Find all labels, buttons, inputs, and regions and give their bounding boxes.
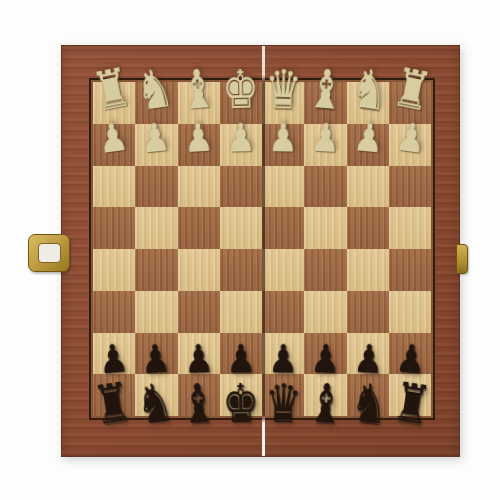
piece-white-bishop: ♝: [177, 62, 218, 118]
square-e1: ♚: [220, 82, 262, 124]
square-g2: ♟: [135, 124, 177, 166]
piece-black-pawn: ♟: [226, 340, 256, 379]
square-a4: [389, 207, 431, 249]
square-g7: ♟: [135, 333, 177, 375]
square-a1: ♜: [389, 82, 431, 124]
brass-handle-opening: [38, 243, 61, 263]
square-b5: [347, 249, 389, 291]
square-g1: ♞: [135, 82, 177, 124]
square-a5: [389, 249, 431, 291]
piece-black-pawn: ♟: [268, 340, 298, 379]
square-g5: [135, 249, 177, 291]
square-h4: [93, 207, 135, 249]
square-c8: ♝: [304, 374, 346, 416]
piece-black-bishop: ♝: [178, 377, 218, 433]
piece-black-pawn: ♟: [310, 339, 341, 379]
piece-black-king: ♚: [222, 378, 260, 432]
square-a7: ♟: [389, 333, 431, 375]
piece-black-queen: ♛: [264, 378, 302, 432]
square-b4: [347, 207, 389, 249]
square-f6: [178, 291, 220, 333]
square-a8: ♜: [389, 374, 431, 416]
square-h3: [93, 166, 135, 208]
square-e7: ♟: [220, 333, 262, 375]
square-h7: ♟: [93, 333, 135, 375]
piece-black-rook: ♜: [90, 376, 134, 434]
square-d8: ♛: [262, 374, 304, 416]
square-c4: [304, 207, 346, 249]
square-f2: ♟: [178, 124, 220, 166]
square-h6: [93, 291, 135, 333]
square-d1: ♛: [262, 82, 304, 124]
piece-white-bishop: ♝: [306, 62, 347, 118]
square-h2: ♟: [93, 124, 135, 166]
square-h1: ♜: [93, 82, 135, 124]
piece-white-king: ♚: [221, 63, 259, 117]
square-h5: [93, 249, 135, 291]
square-f4: [178, 207, 220, 249]
square-a2: ♟: [389, 124, 431, 166]
square-d7: ♟: [262, 333, 304, 375]
piece-white-knight: ♞: [347, 62, 391, 120]
square-f8: ♝: [178, 374, 220, 416]
piece-white-pawn: ♟: [310, 117, 342, 158]
piece-black-knight: ♞: [348, 376, 390, 433]
piece-white-pawn: ♟: [182, 117, 214, 158]
square-a3: [389, 166, 431, 208]
square-f1: ♝: [178, 82, 220, 124]
square-g6: [135, 291, 177, 333]
square-e2: ♟: [220, 124, 262, 166]
piece-white-pawn: ♟: [226, 118, 256, 158]
square-c1: ♝: [304, 82, 346, 124]
square-b1: ♞: [347, 82, 389, 124]
square-c6: [304, 291, 346, 333]
square-e3: [220, 166, 262, 208]
piece-black-knight: ♞: [134, 376, 176, 433]
square-e6: [220, 291, 262, 333]
brass-latch-icon: [456, 244, 468, 274]
square-g8: ♞: [135, 374, 177, 416]
square-f3: [178, 166, 220, 208]
piece-white-rook: ♜: [389, 61, 435, 120]
square-b6: [347, 291, 389, 333]
square-f7: ♟: [178, 333, 220, 375]
fold-seam: [262, 46, 265, 456]
square-f5: [178, 249, 220, 291]
square-b3: [347, 166, 389, 208]
square-d4: [262, 207, 304, 249]
piece-white-pawn: ♟: [352, 117, 385, 159]
square-c5: [304, 249, 346, 291]
piece-white-queen: ♛: [264, 63, 302, 117]
piece-white-pawn: ♟: [268, 118, 298, 158]
square-g3: [135, 166, 177, 208]
square-c2: ♟: [304, 124, 346, 166]
square-c7: ♟: [304, 333, 346, 375]
square-a6: [389, 291, 431, 333]
square-b8: ♞: [347, 374, 389, 416]
piece-white-knight: ♞: [133, 62, 177, 120]
square-e5: [220, 249, 262, 291]
piece-white-rook: ♜: [89, 61, 135, 120]
square-c3: [304, 166, 346, 208]
square-d6: [262, 291, 304, 333]
piece-black-rook: ♜: [389, 376, 433, 434]
brass-handle: [28, 234, 70, 272]
square-h8: ♜: [93, 374, 135, 416]
square-g4: [135, 207, 177, 249]
square-d3: [262, 166, 304, 208]
folding-chess-box: ♜♞♝♚♛♝♞♜♟♟♟♟♟♟♟♟♟♟♟♟♟♟♟♟♜♞♝♚♛♝♞♜: [61, 45, 460, 457]
square-d5: [262, 249, 304, 291]
square-e8: ♚: [220, 374, 262, 416]
piece-black-pawn: ♟: [183, 339, 214, 379]
square-e4: [220, 207, 262, 249]
product-photo: ♜♞♝♚♛♝♞♜♟♟♟♟♟♟♟♟♟♟♟♟♟♟♟♟♜♞♝♚♛♝♞♜: [0, 0, 500, 500]
piece-black-bishop: ♝: [306, 377, 346, 433]
square-d2: ♟: [262, 124, 304, 166]
square-b7: ♟: [347, 333, 389, 375]
square-b2: ♟: [347, 124, 389, 166]
piece-white-pawn: ♟: [139, 117, 172, 159]
